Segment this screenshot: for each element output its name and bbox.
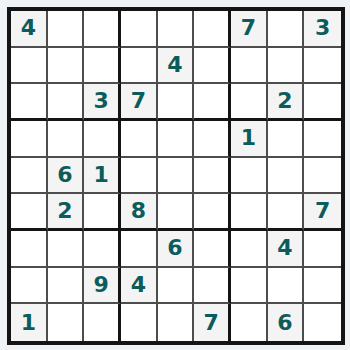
- given-digit: 2: [277, 90, 292, 112]
- cell-r5c5[interactable]: [158, 158, 195, 195]
- cell-r6c9[interactable]: 7: [304, 194, 341, 231]
- cell-r8c4[interactable]: 4: [121, 268, 158, 305]
- cell-r9c9[interactable]: [304, 304, 341, 341]
- cell-r9c1[interactable]: 1: [11, 304, 48, 341]
- cell-r7c5[interactable]: 6: [158, 231, 195, 268]
- cell-r2c2[interactable]: [48, 48, 85, 85]
- cell-r6c7[interactable]: [231, 194, 268, 231]
- given-digit: 4: [21, 17, 36, 39]
- cell-r3c1[interactable]: [11, 84, 48, 121]
- cell-r1c9[interactable]: 3: [304, 11, 341, 48]
- cell-r6c3[interactable]: [84, 194, 121, 231]
- cell-r9c2[interactable]: [48, 304, 85, 341]
- cell-r8c6[interactable]: [194, 268, 231, 305]
- cell-r2c7[interactable]: [231, 48, 268, 85]
- cell-r3c5[interactable]: [158, 84, 195, 121]
- cell-r7c6[interactable]: [194, 231, 231, 268]
- cell-r7c2[interactable]: [48, 231, 85, 268]
- given-digit: 4: [167, 54, 182, 76]
- given-digit: 7: [131, 90, 146, 112]
- cell-r3c7[interactable]: [231, 84, 268, 121]
- given-digit: 7: [315, 200, 330, 222]
- given-digit: 1: [21, 312, 36, 334]
- cell-r7c9[interactable]: [304, 231, 341, 268]
- cell-r8c3[interactable]: 9: [84, 268, 121, 305]
- cell-r6c8[interactable]: [268, 194, 305, 231]
- cell-r2c8[interactable]: [268, 48, 305, 85]
- cell-r5c7[interactable]: [231, 158, 268, 195]
- cell-r4c4[interactable]: [121, 121, 158, 158]
- cell-r1c7[interactable]: 7: [231, 11, 268, 48]
- cell-r4c9[interactable]: [304, 121, 341, 158]
- cell-r9c7[interactable]: [231, 304, 268, 341]
- cell-r6c4[interactable]: 8: [121, 194, 158, 231]
- cell-r6c6[interactable]: [194, 194, 231, 231]
- given-digit: 8: [131, 200, 146, 222]
- sudoku-board: 47343721612876494176: [7, 7, 345, 345]
- cell-r1c1[interactable]: 4: [11, 11, 48, 48]
- cell-r2c4[interactable]: [121, 48, 158, 85]
- cell-r4c7[interactable]: 1: [231, 121, 268, 158]
- cell-r9c6[interactable]: 7: [194, 304, 231, 341]
- cell-r2c6[interactable]: [194, 48, 231, 85]
- cell-r7c3[interactable]: [84, 231, 121, 268]
- cell-r1c5[interactable]: [158, 11, 195, 48]
- cell-r3c8[interactable]: 2: [268, 84, 305, 121]
- cell-r6c5[interactable]: [158, 194, 195, 231]
- cell-r8c1[interactable]: [11, 268, 48, 305]
- cell-r1c2[interactable]: [48, 11, 85, 48]
- given-digit: 1: [94, 164, 109, 186]
- cell-r1c4[interactable]: [121, 11, 158, 48]
- given-digit: 2: [57, 200, 72, 222]
- cell-r4c2[interactable]: [48, 121, 85, 158]
- cell-r1c3[interactable]: [84, 11, 121, 48]
- cell-r1c8[interactable]: [268, 11, 305, 48]
- cell-r8c9[interactable]: [304, 268, 341, 305]
- cell-r9c5[interactable]: [158, 304, 195, 341]
- given-digit: 4: [131, 274, 146, 296]
- given-digit: 7: [204, 312, 219, 334]
- cell-r5c4[interactable]: [121, 158, 158, 195]
- given-digit: 7: [241, 17, 256, 39]
- cell-r5c2[interactable]: 6: [48, 158, 85, 195]
- cell-r6c1[interactable]: [11, 194, 48, 231]
- cell-r2c3[interactable]: [84, 48, 121, 85]
- cell-r9c8[interactable]: 6: [268, 304, 305, 341]
- cell-r4c8[interactable]: [268, 121, 305, 158]
- cell-r7c4[interactable]: [121, 231, 158, 268]
- given-digit: 6: [167, 237, 182, 259]
- cell-r4c5[interactable]: [158, 121, 195, 158]
- given-digit: 1: [241, 127, 256, 149]
- cell-r3c4[interactable]: 7: [121, 84, 158, 121]
- given-digit: 3: [94, 90, 109, 112]
- cell-r7c7[interactable]: [231, 231, 268, 268]
- cell-r1c6[interactable]: [194, 11, 231, 48]
- cell-r8c8[interactable]: [268, 268, 305, 305]
- cell-r4c1[interactable]: [11, 121, 48, 158]
- cell-r9c4[interactable]: [121, 304, 158, 341]
- cell-r5c8[interactable]: [268, 158, 305, 195]
- cell-r7c8[interactable]: 4: [268, 231, 305, 268]
- cell-r2c1[interactable]: [11, 48, 48, 85]
- cell-r9c3[interactable]: [84, 304, 121, 341]
- cell-r4c3[interactable]: [84, 121, 121, 158]
- given-digit: 4: [277, 237, 292, 259]
- cell-r7c1[interactable]: [11, 231, 48, 268]
- given-digit: 9: [94, 274, 109, 296]
- cell-r3c3[interactable]: 3: [84, 84, 121, 121]
- cell-r2c5[interactable]: 4: [158, 48, 195, 85]
- cell-r8c2[interactable]: [48, 268, 85, 305]
- cell-r5c9[interactable]: [304, 158, 341, 195]
- cell-r4c6[interactable]: [194, 121, 231, 158]
- given-digit: 3: [315, 17, 330, 39]
- cell-r3c6[interactable]: [194, 84, 231, 121]
- cell-r2c9[interactable]: [304, 48, 341, 85]
- cell-r5c6[interactable]: [194, 158, 231, 195]
- given-digit: 6: [57, 164, 72, 186]
- page: 47343721612876494176: [0, 0, 350, 350]
- cell-r5c3[interactable]: 1: [84, 158, 121, 195]
- cell-r6c2[interactable]: 2: [48, 194, 85, 231]
- cell-r3c9[interactable]: [304, 84, 341, 121]
- cell-r3c2[interactable]: [48, 84, 85, 121]
- cell-r8c7[interactable]: [231, 268, 268, 305]
- cell-r5c1[interactable]: [11, 158, 48, 195]
- given-digit: 6: [277, 312, 292, 334]
- cell-r8c5[interactable]: [158, 268, 195, 305]
